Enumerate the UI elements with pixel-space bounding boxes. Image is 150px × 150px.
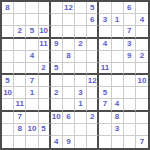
cell-r12c6-given[interactable]: 9 xyxy=(63,136,75,148)
cell-r12c9-empty[interactable] xyxy=(99,136,111,148)
cell-r8c4-empty[interactable] xyxy=(39,87,51,99)
cell-r4c2-empty[interactable] xyxy=(14,39,26,51)
cell-r9c1-empty[interactable] xyxy=(2,99,14,111)
cell-r3c10-empty[interactable] xyxy=(112,26,124,38)
cell-r4c11-given[interactable]: 3 xyxy=(124,39,136,51)
cell-r1c9-empty[interactable] xyxy=(99,2,111,14)
cell-r1c11-given[interactable]: 6 xyxy=(124,2,136,14)
cell-r11c10-given[interactable]: 3 xyxy=(112,124,124,136)
cell-r9c3-empty[interactable] xyxy=(26,99,38,111)
cell-r10c1-empty[interactable] xyxy=(2,112,14,124)
cell-r10c2-given[interactable]: 7 xyxy=(14,112,26,124)
cell-r9c11-empty[interactable] xyxy=(124,99,136,111)
cell-r12c8-empty[interactable] xyxy=(87,136,99,148)
cell-r1c2-empty[interactable] xyxy=(14,2,26,14)
cell-r7c10-empty[interactable] xyxy=(112,75,124,87)
cell-r1c12-empty[interactable] xyxy=(136,2,148,14)
cell-r4c4-given[interactable]: 11 xyxy=(39,39,51,51)
cell-r4c9-given[interactable]: 4 xyxy=(99,39,111,51)
cell-r4c3-empty[interactable] xyxy=(26,39,38,51)
cell-r8c10-empty[interactable] xyxy=(112,87,124,99)
cell-r8c2-empty[interactable] xyxy=(14,87,26,99)
cell-r5c7-empty[interactable] xyxy=(75,51,87,63)
cell-r4c7-given[interactable]: 2 xyxy=(75,39,87,51)
cell-r9c7-given[interactable]: 1 xyxy=(75,99,87,111)
cell-r12c11-empty[interactable] xyxy=(124,136,136,148)
cell-r10c10-given[interactable]: 8 xyxy=(112,112,124,124)
cell-r3c8-empty[interactable] xyxy=(87,26,99,38)
cell-r1c6-given[interactable]: 12 xyxy=(63,2,75,14)
cell-r6c5-given[interactable]: 5 xyxy=(51,63,63,75)
cell-r8c11-empty[interactable] xyxy=(124,87,136,99)
cell-r12c5-given[interactable]: 4 xyxy=(51,136,63,148)
cell-r3c3-given[interactable]: 5 xyxy=(26,26,38,38)
cell-r7c5-empty[interactable] xyxy=(51,75,63,87)
cell-r4c6-empty[interactable] xyxy=(63,39,75,51)
cell-r8c5-given[interactable]: 2 xyxy=(51,87,63,99)
cell-r6c6-empty[interactable] xyxy=(63,63,75,75)
cell-r8c1-given[interactable]: 10 xyxy=(2,87,14,99)
cell-r3c5-empty[interactable] xyxy=(51,26,63,38)
cell-r10c11-empty[interactable] xyxy=(124,112,136,124)
cell-r5c5-empty[interactable] xyxy=(51,51,63,63)
cell-r11c7-empty[interactable] xyxy=(75,124,87,136)
cell-r12c2-empty[interactable] xyxy=(14,136,26,148)
cell-r9c4-empty[interactable] xyxy=(39,99,51,111)
cell-r6c12-empty[interactable] xyxy=(136,63,148,75)
cell-r12c3-empty[interactable] xyxy=(26,136,38,148)
cell-r5c2-empty[interactable] xyxy=(14,51,26,63)
cell-r4c5-given[interactable]: 9 xyxy=(51,39,63,51)
cell-r5c8-empty[interactable] xyxy=(87,51,99,63)
cell-r6c8-empty[interactable] xyxy=(87,63,99,75)
cell-r1c1-given[interactable]: 8 xyxy=(2,2,14,14)
cell-r10c3-empty[interactable] xyxy=(26,112,38,124)
cell-r9c9-given[interactable]: 7 xyxy=(99,99,111,111)
cell-r2c5-empty[interactable] xyxy=(51,14,63,26)
cell-r10c5-given[interactable]: 10 xyxy=(51,112,63,124)
cell-r8c8-empty[interactable] xyxy=(87,87,99,99)
cell-r9c12-empty[interactable] xyxy=(136,99,148,111)
cell-r9c2-given[interactable]: 11 xyxy=(14,99,26,111)
cell-r12c10-empty[interactable] xyxy=(112,136,124,148)
cell-r2c4-empty[interactable] xyxy=(39,14,51,26)
cell-r7c7-empty[interactable] xyxy=(75,75,87,87)
cell-r2c9-given[interactable]: 3 xyxy=(99,14,111,26)
cell-r5c3-given[interactable]: 4 xyxy=(26,51,38,63)
cell-r9c5-empty[interactable] xyxy=(51,99,63,111)
cell-r5c1-empty[interactable] xyxy=(2,51,14,63)
cell-r1c8-given[interactable]: 5 xyxy=(87,2,99,14)
cell-r7c6-empty[interactable] xyxy=(63,75,75,87)
cell-r5c12-given[interactable]: 2 xyxy=(136,51,148,63)
cell-r3c11-given[interactable]: 7 xyxy=(124,26,136,38)
cell-r12c7-empty[interactable] xyxy=(75,136,87,148)
cell-r5c4-empty[interactable] xyxy=(39,51,51,63)
cell-r11c4-given[interactable]: 5 xyxy=(39,124,51,136)
cell-r10c9-empty[interactable] xyxy=(99,112,111,124)
cell-r6c1-empty[interactable] xyxy=(2,63,14,75)
cell-r2c7-empty[interactable] xyxy=(75,14,87,26)
cell-r3c9-empty[interactable] xyxy=(99,26,111,38)
cell-r2c1-empty[interactable] xyxy=(2,14,14,26)
cell-r7c3-given[interactable]: 7 xyxy=(26,75,38,87)
cell-r7c2-empty[interactable] xyxy=(14,75,26,87)
cell-r4c1-empty[interactable] xyxy=(2,39,14,51)
cell-r10c6-given[interactable]: 6 xyxy=(63,112,75,124)
cell-r11c5-empty[interactable] xyxy=(51,124,63,136)
cell-r8c12-empty[interactable] xyxy=(136,87,148,99)
cell-r6c7-empty[interactable] xyxy=(75,63,87,75)
cell-r7c8-given[interactable]: 12 xyxy=(87,75,99,87)
cell-r1c3-empty[interactable] xyxy=(26,2,38,14)
cell-r4c10-empty[interactable] xyxy=(112,39,124,51)
cell-r7c12-given[interactable]: 10 xyxy=(136,75,148,87)
cell-r3c12-empty[interactable] xyxy=(136,26,148,38)
cell-r1c10-empty[interactable] xyxy=(112,2,124,14)
cell-r9c6-empty[interactable] xyxy=(63,99,75,111)
cell-r2c2-empty[interactable] xyxy=(14,14,26,26)
cell-r9c10-given[interactable]: 4 xyxy=(112,99,124,111)
cell-r2c10-given[interactable]: 1 xyxy=(112,14,124,26)
cell-r11c2-given[interactable]: 8 xyxy=(14,124,26,136)
cell-r8c3-given[interactable]: 1 xyxy=(26,87,38,99)
cell-r6c10-empty[interactable] xyxy=(112,63,124,75)
cell-r7c11-empty[interactable] xyxy=(124,75,136,87)
cell-r10c12-empty[interactable] xyxy=(136,112,148,124)
cell-r11c12-empty[interactable] xyxy=(136,124,148,136)
cell-r11c8-empty[interactable] xyxy=(87,124,99,136)
cell-r5c6-given[interactable]: 8 xyxy=(63,51,75,63)
cell-r1c7-empty[interactable] xyxy=(75,2,87,14)
cell-r10c8-given[interactable]: 2 xyxy=(87,112,99,124)
cell-r2c3-empty[interactable] xyxy=(26,14,38,26)
cell-r6c3-empty[interactable] xyxy=(26,63,38,75)
cell-r12c1-empty[interactable] xyxy=(2,136,14,148)
cell-r6c4-given[interactable]: 2 xyxy=(39,63,51,75)
cell-r11c3-given[interactable]: 10 xyxy=(26,124,38,136)
cell-r8c7-given[interactable]: 3 xyxy=(75,87,87,99)
cell-r11c9-empty[interactable] xyxy=(99,124,111,136)
cell-r11c6-empty[interactable] xyxy=(63,124,75,136)
cell-r3c2-given[interactable]: 2 xyxy=(14,26,26,38)
cell-r3c1-empty[interactable] xyxy=(2,26,14,38)
cell-r12c4-empty[interactable] xyxy=(39,136,51,148)
cell-r5c9-empty[interactable] xyxy=(99,51,111,63)
cell-r2c12-given[interactable]: 4 xyxy=(136,14,148,26)
cell-r1c4-empty[interactable] xyxy=(39,2,51,14)
sudoku-board: 8125663142510711924348922511571210101235… xyxy=(0,0,150,150)
cell-r4c12-empty[interactable] xyxy=(136,39,148,51)
cell-r7c4-empty[interactable] xyxy=(39,75,51,87)
cell-r8c6-empty[interactable] xyxy=(63,87,75,99)
cell-r5c10-empty[interactable] xyxy=(112,51,124,63)
cell-r4c8-empty[interactable] xyxy=(87,39,99,51)
cell-r1c5-empty[interactable] xyxy=(51,2,63,14)
cell-r6c2-empty[interactable] xyxy=(14,63,26,75)
cell-r11c11-empty[interactable] xyxy=(124,124,136,136)
cell-r10c7-empty[interactable] xyxy=(75,112,87,124)
cell-r10c4-empty[interactable] xyxy=(39,112,51,124)
cell-r2c8-given[interactable]: 6 xyxy=(87,14,99,26)
cell-r3c7-empty[interactable] xyxy=(75,26,87,38)
cell-r2c6-empty[interactable] xyxy=(63,14,75,26)
cell-r6c9-given[interactable]: 11 xyxy=(99,63,111,75)
cell-r12c12-given[interactable]: 7 xyxy=(136,136,148,148)
cell-r11c1-empty[interactable] xyxy=(2,124,14,136)
cell-r3c4-given[interactable]: 10 xyxy=(39,26,51,38)
cell-r9c8-empty[interactable] xyxy=(87,99,99,111)
cell-r5c11-given[interactable]: 9 xyxy=(124,51,136,63)
cell-r7c1-given[interactable]: 5 xyxy=(2,75,14,87)
cell-r2c11-empty[interactable] xyxy=(124,14,136,26)
cell-r6c11-empty[interactable] xyxy=(124,63,136,75)
cell-r3c6-empty[interactable] xyxy=(63,26,75,38)
cell-r8c9-given[interactable]: 5 xyxy=(99,87,111,99)
cell-r7c9-empty[interactable] xyxy=(99,75,111,87)
